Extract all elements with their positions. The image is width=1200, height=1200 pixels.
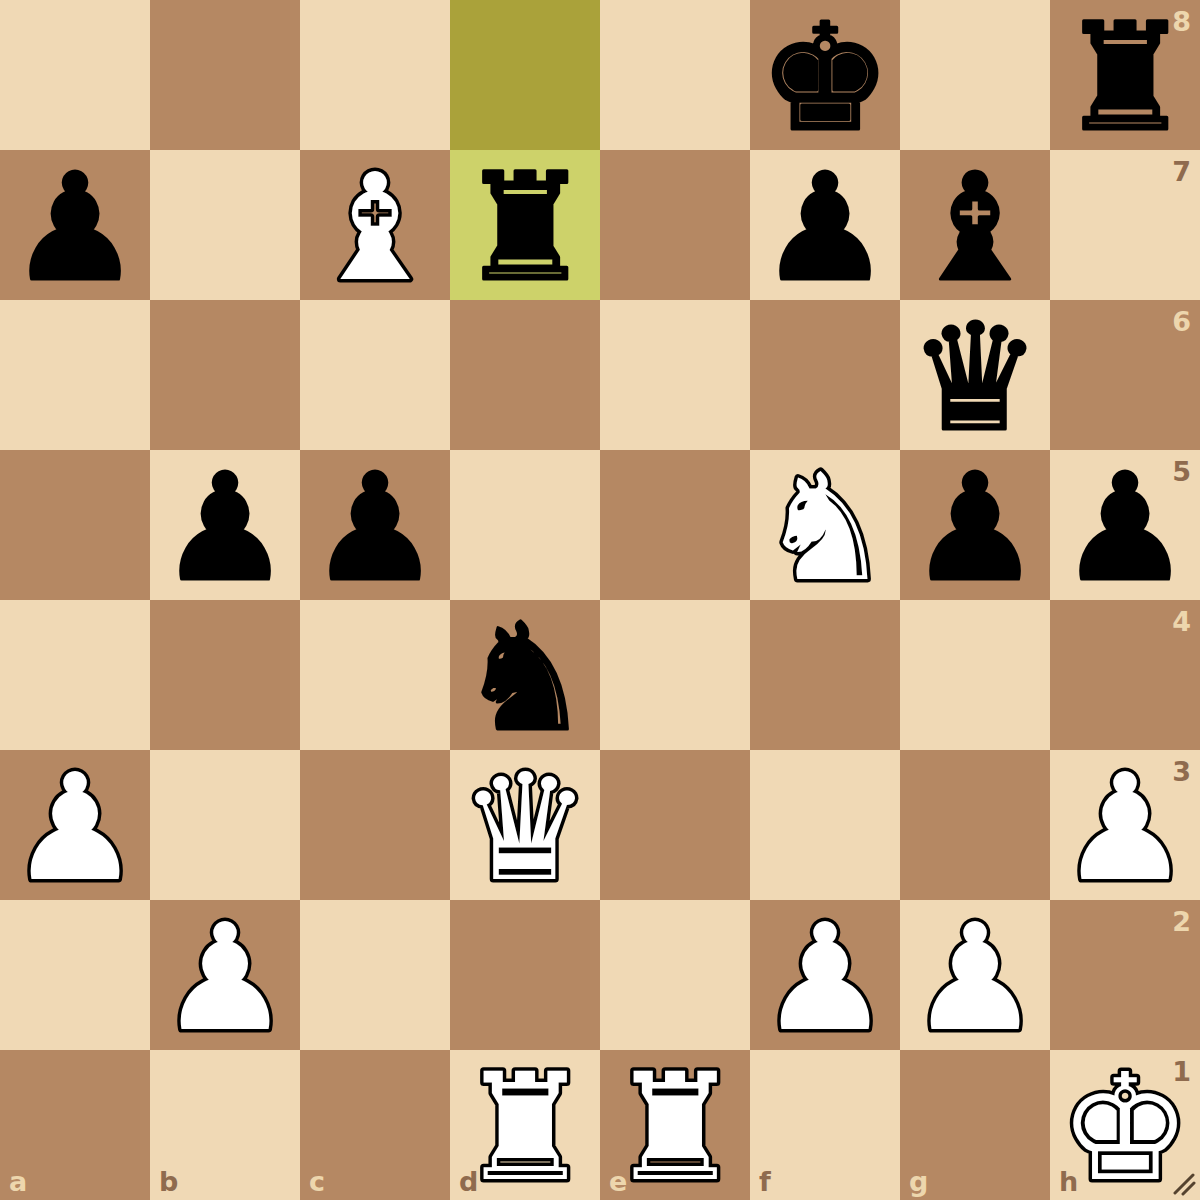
piece-black-king[interactable]: ♚	[750, 0, 900, 150]
piece-black-knight[interactable]: ♞	[450, 600, 600, 750]
square-e3[interactable]	[600, 750, 750, 900]
square-a5[interactable]	[0, 450, 150, 600]
square-a6[interactable]	[0, 300, 150, 450]
square-c6[interactable]	[300, 300, 450, 450]
black-pawn-glyph: ♟	[309, 450, 442, 600]
square-e8[interactable]	[600, 0, 750, 150]
square-e4[interactable]	[600, 600, 750, 750]
black-knight-glyph: ♞	[459, 600, 592, 750]
piece-white-bishop[interactable]: ♝	[300, 150, 450, 300]
square-d5[interactable]	[450, 450, 600, 600]
black-pawn-glyph: ♟	[1059, 450, 1192, 600]
square-a7[interactable]: ♟	[0, 150, 150, 300]
square-b4[interactable]	[150, 600, 300, 750]
resize-grip-icon[interactable]	[1168, 1168, 1196, 1196]
piece-white-pawn[interactable]: ♟	[150, 900, 300, 1050]
square-b3[interactable]	[150, 750, 300, 900]
square-c8[interactable]	[300, 0, 450, 150]
white-pawn-glyph: ♟	[159, 900, 292, 1050]
black-rook-glyph: ♜	[459, 150, 592, 300]
piece-black-pawn[interactable]: ♟	[750, 150, 900, 300]
piece-white-rook[interactable]: ♜	[450, 1050, 600, 1200]
square-d2[interactable]	[450, 900, 600, 1050]
square-e1[interactable]: e♜	[600, 1050, 750, 1200]
white-bishop-glyph: ♝	[309, 150, 442, 300]
square-b5[interactable]: ♟	[150, 450, 300, 600]
coord-file-a: a	[9, 1168, 27, 1195]
coord-rank-2: 2	[1172, 908, 1191, 935]
square-g4[interactable]	[900, 600, 1050, 750]
piece-black-rook[interactable]: ♜	[1050, 0, 1200, 150]
square-b2[interactable]: ♟	[150, 900, 300, 1050]
piece-black-pawn[interactable]: ♟	[900, 450, 1050, 600]
piece-black-queen[interactable]: ♛	[900, 300, 1050, 450]
chess-board: ♚8♜♟♝♜♟♝7♛6♟♟♞♟5♟♞4♟♛3♟♟♟♟2abcd♜e♜fg1h♚	[0, 0, 1200, 1200]
square-f5[interactable]: ♞	[750, 450, 900, 600]
square-e7[interactable]	[600, 150, 750, 300]
piece-white-pawn[interactable]: ♟	[1050, 750, 1200, 900]
black-bishop-glyph: ♝	[909, 150, 1042, 300]
square-f7[interactable]: ♟	[750, 150, 900, 300]
square-e5[interactable]	[600, 450, 750, 600]
square-b6[interactable]	[150, 300, 300, 450]
square-a2[interactable]	[0, 900, 150, 1050]
square-g5[interactable]: ♟	[900, 450, 1050, 600]
square-f8[interactable]: ♚	[750, 0, 900, 150]
white-pawn-glyph: ♟	[9, 750, 142, 900]
square-d7[interactable]: ♜	[450, 150, 600, 300]
piece-white-pawn[interactable]: ♟	[750, 900, 900, 1050]
square-h8[interactable]: 8♜	[1050, 0, 1200, 150]
square-h6[interactable]: 6	[1050, 300, 1200, 450]
square-c5[interactable]: ♟	[300, 450, 450, 600]
piece-black-pawn[interactable]: ♟	[300, 450, 450, 600]
black-pawn-glyph: ♟	[759, 150, 892, 300]
square-b8[interactable]	[150, 0, 300, 150]
square-h2[interactable]: 2	[1050, 900, 1200, 1050]
piece-black-pawn[interactable]: ♟	[0, 150, 150, 300]
coord-file-b: b	[159, 1168, 178, 1195]
coord-rank-4: 4	[1172, 608, 1191, 635]
square-a3[interactable]: ♟	[0, 750, 150, 900]
square-d1[interactable]: d♜	[450, 1050, 600, 1200]
square-g2[interactable]: ♟	[900, 900, 1050, 1050]
black-queen-glyph: ♛	[909, 300, 1042, 450]
white-rook-glyph: ♜	[609, 1050, 742, 1200]
square-h3[interactable]: 3♟	[1050, 750, 1200, 900]
piece-white-pawn[interactable]: ♟	[0, 750, 150, 900]
square-h5[interactable]: 5♟	[1050, 450, 1200, 600]
coord-file-f: f	[759, 1168, 771, 1195]
coord-rank-7: 7	[1172, 158, 1191, 185]
black-king-glyph: ♚	[759, 0, 892, 150]
black-rook-glyph: ♜	[1059, 0, 1192, 150]
square-d8[interactable]	[450, 0, 600, 150]
square-g8[interactable]	[900, 0, 1050, 150]
square-f1[interactable]: f	[750, 1050, 900, 1200]
white-knight-glyph: ♞	[759, 450, 892, 600]
white-pawn-glyph: ♟	[909, 900, 1042, 1050]
square-f3[interactable]	[750, 750, 900, 900]
square-h7[interactable]: 7	[1050, 150, 1200, 300]
piece-black-bishop[interactable]: ♝	[900, 150, 1050, 300]
square-b7[interactable]	[150, 150, 300, 300]
square-a4[interactable]	[0, 600, 150, 750]
piece-white-knight[interactable]: ♞	[750, 450, 900, 600]
black-pawn-glyph: ♟	[909, 450, 1042, 600]
square-f2[interactable]: ♟	[750, 900, 900, 1050]
square-b1[interactable]: b	[150, 1050, 300, 1200]
square-d6[interactable]	[450, 300, 600, 450]
square-e6[interactable]	[600, 300, 750, 450]
square-c1[interactable]: c	[300, 1050, 450, 1200]
square-e2[interactable]	[600, 900, 750, 1050]
coord-file-c: c	[309, 1168, 325, 1195]
square-g1[interactable]: g	[900, 1050, 1050, 1200]
square-f6[interactable]	[750, 300, 900, 450]
square-c2[interactable]	[300, 900, 450, 1050]
square-a8[interactable]	[0, 0, 150, 150]
square-c7[interactable]: ♝	[300, 150, 450, 300]
piece-white-queen[interactable]: ♛	[450, 750, 600, 900]
piece-black-pawn[interactable]: ♟	[150, 450, 300, 600]
square-c3[interactable]	[300, 750, 450, 900]
square-d3[interactable]: ♛	[450, 750, 600, 900]
coord-rank-6: 6	[1172, 308, 1191, 335]
piece-white-rook[interactable]: ♜	[600, 1050, 750, 1200]
square-h4[interactable]: 4	[1050, 600, 1200, 750]
white-rook-glyph: ♜	[459, 1050, 592, 1200]
square-f4[interactable]	[750, 600, 900, 750]
piece-black-rook[interactable]: ♜	[450, 150, 600, 300]
black-pawn-glyph: ♟	[159, 450, 292, 600]
square-g3[interactable]	[900, 750, 1050, 900]
white-pawn-glyph: ♟	[1059, 750, 1192, 900]
square-a1[interactable]: a	[0, 1050, 150, 1200]
square-c4[interactable]	[300, 600, 450, 750]
black-pawn-glyph: ♟	[9, 150, 142, 300]
square-d4[interactable]: ♞	[450, 600, 600, 750]
white-pawn-glyph: ♟	[759, 900, 892, 1050]
square-g7[interactable]: ♝	[900, 150, 1050, 300]
white-queen-glyph: ♛	[459, 750, 592, 900]
coord-file-g: g	[909, 1168, 928, 1195]
square-g6[interactable]: ♛	[900, 300, 1050, 450]
piece-black-pawn[interactable]: ♟	[1050, 450, 1200, 600]
piece-white-pawn[interactable]: ♟	[900, 900, 1050, 1050]
